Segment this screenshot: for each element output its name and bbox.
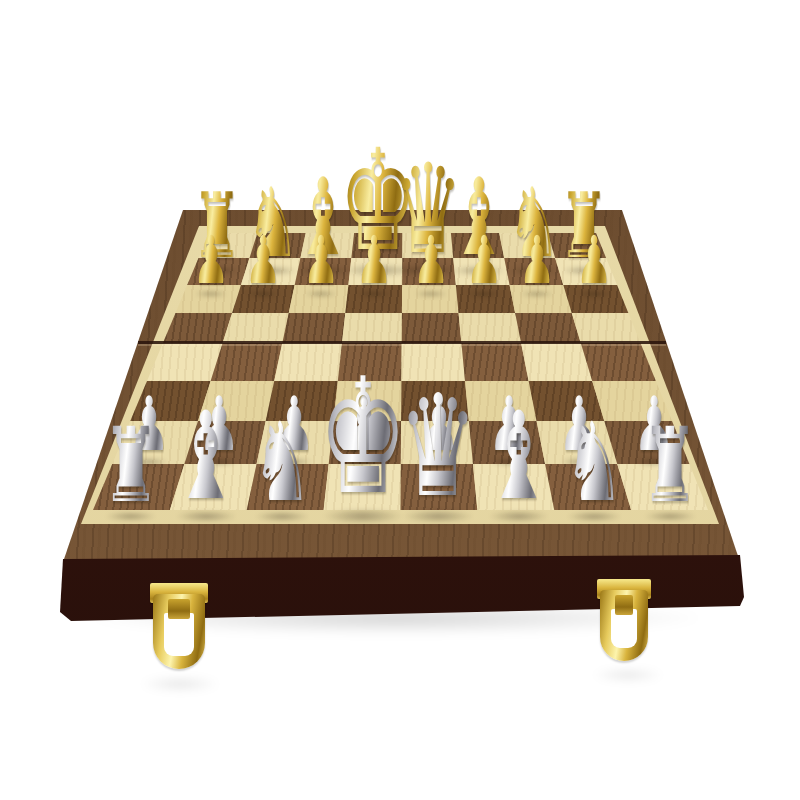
pawn-glyph: ♟ (192, 228, 229, 294)
bishop-glyph: ♝ (485, 396, 552, 517)
rook-glyph: ♜ (641, 414, 698, 517)
piece-gold-pawn-h7: ♟ (565, 228, 624, 294)
right-latch-knuckle (615, 595, 633, 615)
piece-gold-pawn-c7: ♟ (291, 228, 350, 294)
left-latch-opening (164, 613, 194, 656)
pawn-glyph: ♟ (245, 228, 282, 294)
piece-gold-pawn-d7: ♟ (344, 228, 403, 294)
pawn-glyph: ♟ (303, 228, 340, 294)
pawn-glyph: ♟ (518, 228, 555, 294)
bishop-glyph: ♝ (173, 396, 240, 517)
piece-gold-pawn-e7: ♟ (402, 228, 461, 294)
left-latch-knuckle (168, 599, 190, 619)
right-latch (597, 579, 651, 661)
pawn-glyph: ♟ (413, 228, 450, 294)
piece-gold-pawn-f7: ♟ (454, 228, 513, 294)
piece-gold-pawn-b7: ♟ (234, 228, 293, 294)
pawn-glyph: ♟ (355, 228, 392, 294)
chess-pieces-layer: ♜♞♝♚♛♝♞♜♟♟♟♟♟♟♟♟♟♟♟♟♟♟♟♟♜♝♞♚♛♝♞♜ (0, 0, 800, 800)
rook-glyph: ♜ (102, 414, 159, 517)
left-latch (150, 583, 208, 669)
chess-set-product-photo: ♜♞♝♚♛♝♞♜♟♟♟♟♟♟♟♟♟♟♟♟♟♟♟♟♜♝♞♚♛♝♞♜ (0, 0, 800, 800)
piece-gold-pawn-g7: ♟ (507, 228, 566, 294)
pawn-glyph: ♟ (576, 228, 613, 294)
piece-gold-pawn-a7: ♟ (181, 228, 240, 294)
piece-silver-rook-h1: ♜ (624, 414, 716, 517)
knight-glyph: ♞ (564, 408, 625, 517)
pawn-glyph: ♟ (466, 228, 503, 294)
